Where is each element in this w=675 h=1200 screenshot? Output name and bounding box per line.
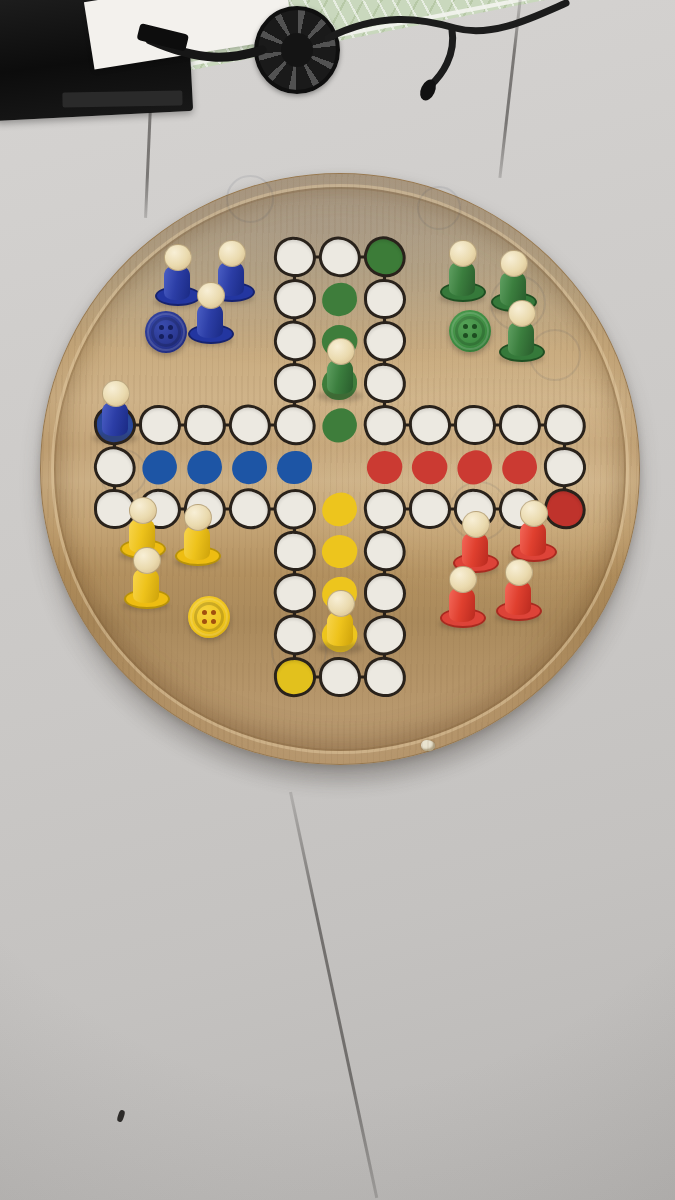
- cell-r4-c3: [182, 362, 227, 404]
- yellow-peg[interactable]: [123, 546, 169, 609]
- cell-r1-c6[interactable]: [317, 236, 362, 278]
- track-field[interactable]: [314, 233, 364, 282]
- cell-r3-c1: [92, 320, 137, 362]
- cell-r4-c5[interactable]: [272, 362, 317, 404]
- green-home-field[interactable]: [317, 403, 362, 446]
- red-home-field[interactable]: [499, 447, 541, 487]
- cell-r2-c11: [542, 278, 587, 320]
- peg-head: [164, 244, 192, 271]
- track-field[interactable]: [454, 405, 496, 445]
- green-peg[interactable]: [498, 299, 544, 362]
- cell-r3-c11: [542, 320, 587, 362]
- peg-head: [218, 240, 246, 267]
- cell-r5-c4[interactable]: [227, 404, 272, 446]
- cell-r6-c11[interactable]: [542, 446, 587, 488]
- cell-r5-c11[interactable]: [542, 404, 587, 446]
- cell-r8-c5[interactable]: [272, 530, 317, 572]
- button-holes: [159, 325, 164, 330]
- track-field[interactable]: [359, 401, 409, 450]
- peg-head: [327, 590, 355, 617]
- cell-r4-c2: [137, 362, 182, 404]
- track-field[interactable]: [406, 403, 453, 448]
- photo-scene: [0, 0, 675, 1200]
- cell-r11-c5[interactable]: [272, 656, 317, 698]
- cell-r1-c1: [92, 236, 137, 278]
- track-field[interactable]: [361, 487, 408, 532]
- blue-peg[interactable]: [187, 281, 233, 344]
- floor-speck: [116, 1109, 125, 1122]
- cell-r6-c1[interactable]: [92, 446, 137, 488]
- green-peg[interactable]: [317, 337, 363, 400]
- red-peg[interactable]: [439, 565, 485, 628]
- cell-r6-c5[interactable]: [272, 446, 317, 488]
- track-field[interactable]: [358, 609, 412, 661]
- peg-head: [449, 240, 477, 267]
- red-home-field[interactable]: [452, 445, 497, 488]
- cell-r2-c1: [92, 278, 137, 320]
- cell-r10-c7[interactable]: [362, 614, 407, 656]
- cell-r7-c7[interactable]: [362, 488, 407, 530]
- peg-head: [197, 282, 225, 309]
- pencil-circle-mark: [226, 175, 274, 223]
- cell-r6-c9[interactable]: [452, 446, 497, 488]
- green-start-field[interactable]: [358, 231, 412, 283]
- cell-r4-c8: [407, 362, 452, 404]
- cell-r10-c11: [542, 614, 587, 656]
- cell-r10-c2: [137, 614, 182, 656]
- cell-r4-c10: [497, 362, 542, 404]
- cell-r1-c5[interactable]: [272, 236, 317, 278]
- red-home-field[interactable]: [364, 447, 406, 487]
- peg-head: [327, 338, 355, 365]
- track-field[interactable]: [224, 401, 274, 450]
- track-field[interactable]: [223, 483, 277, 535]
- track-field[interactable]: [181, 403, 228, 448]
- cell-r6-c3[interactable]: [182, 446, 227, 488]
- yellow-start-field[interactable]: [271, 655, 318, 700]
- cell-r8-c7[interactable]: [362, 530, 407, 572]
- track-field[interactable]: [269, 611, 319, 660]
- red-peg[interactable]: [510, 499, 556, 562]
- blue-button[interactable]: [145, 311, 187, 353]
- cell-r11-c2: [137, 656, 182, 698]
- yellow-button[interactable]: [188, 596, 230, 638]
- cell-r2-c7[interactable]: [362, 278, 407, 320]
- cell-r9-c5[interactable]: [272, 572, 317, 614]
- yellow-home-field[interactable]: [319, 531, 361, 571]
- red-peg[interactable]: [452, 510, 498, 573]
- peg-head: [500, 250, 528, 277]
- track-field[interactable]: [496, 403, 543, 448]
- cell-r5-c8[interactable]: [407, 404, 452, 446]
- cell-r3-c8: [407, 320, 452, 362]
- cell-r11-c8: [407, 656, 452, 698]
- cell-r11-c3: [182, 656, 227, 698]
- cell-r3-c4: [227, 320, 272, 362]
- blue-home-field[interactable]: [230, 448, 269, 485]
- cell-r6-c2[interactable]: [137, 446, 182, 488]
- cell-r11-c7[interactable]: [362, 656, 407, 698]
- yellow-home-field[interactable]: [319, 489, 361, 529]
- cell-r9-c7[interactable]: [362, 572, 407, 614]
- cell-r5-c6[interactable]: [317, 404, 362, 446]
- track-field[interactable]: [271, 361, 318, 406]
- cell-r1-c11: [542, 236, 587, 278]
- button-holes: [202, 610, 207, 615]
- track-field[interactable]: [358, 315, 412, 367]
- cell-r2-c5[interactable]: [272, 278, 317, 320]
- cell-r7-c6[interactable]: [317, 488, 362, 530]
- cell-r11-c10: [497, 656, 542, 698]
- cell-r7-c8[interactable]: [407, 488, 452, 530]
- cell-r10-c4: [227, 614, 272, 656]
- cell-r9-c4: [227, 572, 272, 614]
- blue-home-field[interactable]: [184, 447, 226, 487]
- pencil-circle-mark: [417, 186, 461, 230]
- track-field[interactable]: [541, 445, 588, 490]
- cell-r10-c1: [92, 614, 137, 656]
- cell-r11-c4: [227, 656, 272, 698]
- track-field[interactable]: [361, 655, 408, 700]
- cell-r8-c4: [227, 530, 272, 572]
- cell-r5-c5[interactable]: [272, 404, 317, 446]
- peg-head: [508, 300, 536, 327]
- peg-head: [520, 500, 548, 527]
- track-field[interactable]: [364, 573, 406, 613]
- cell-r11-c9: [452, 656, 497, 698]
- cell-r10-c5[interactable]: [272, 614, 317, 656]
- yellow-peg[interactable]: [317, 589, 363, 652]
- cell-r5-c10[interactable]: [497, 404, 542, 446]
- green-peg[interactable]: [439, 239, 485, 302]
- track-field[interactable]: [271, 235, 318, 280]
- track-field[interactable]: [139, 405, 181, 445]
- track-field[interactable]: [268, 399, 322, 451]
- cell-r4-c9: [452, 362, 497, 404]
- red-peg[interactable]: [495, 558, 541, 621]
- cell-r5-c3[interactable]: [182, 404, 227, 446]
- cell-r11-c11: [542, 656, 587, 698]
- cell-r11-c1: [92, 656, 137, 698]
- track-field[interactable]: [268, 483, 322, 535]
- cell-r9-c11: [542, 572, 587, 614]
- green-home-field[interactable]: [320, 280, 359, 317]
- cell-r6-c6: [317, 446, 362, 488]
- cell-r3-c5[interactable]: [272, 320, 317, 362]
- green-button[interactable]: [449, 310, 491, 352]
- cell-r7-c5[interactable]: [272, 488, 317, 530]
- track-field[interactable]: [319, 657, 361, 697]
- red-home-field[interactable]: [407, 445, 452, 488]
- yellow-peg[interactable]: [174, 503, 220, 566]
- cell-r4-c4: [227, 362, 272, 404]
- track-field[interactable]: [269, 569, 319, 618]
- cell-r2-c6[interactable]: [317, 278, 362, 320]
- peg-head: [133, 547, 161, 574]
- cell-r5-c9[interactable]: [452, 404, 497, 446]
- cell-r11-c6[interactable]: [317, 656, 362, 698]
- peg-head: [505, 559, 533, 586]
- track-field[interactable]: [409, 489, 451, 529]
- peg-head: [102, 380, 130, 407]
- paint-chip: [421, 740, 435, 751]
- peg-head: [462, 511, 490, 538]
- cell-r5-c7[interactable]: [362, 404, 407, 446]
- cell-r4-c7[interactable]: [362, 362, 407, 404]
- cell-r5-c2[interactable]: [137, 404, 182, 446]
- peg-head: [184, 504, 212, 531]
- cell-r3-c7[interactable]: [362, 320, 407, 362]
- cell-r6-c10[interactable]: [497, 446, 542, 488]
- track-field[interactable]: [271, 529, 318, 574]
- blue-home-field[interactable]: [277, 451, 312, 484]
- track-field[interactable]: [539, 401, 589, 450]
- track-field[interactable]: [269, 317, 319, 366]
- cell-r6-c4[interactable]: [227, 446, 272, 488]
- track-field[interactable]: [361, 361, 408, 406]
- peg-head: [129, 497, 157, 524]
- track-field[interactable]: [358, 525, 412, 577]
- floor-plank-seam: [289, 792, 378, 1199]
- track-field[interactable]: [88, 441, 142, 493]
- cell-r7-c4[interactable]: [227, 488, 272, 530]
- blue-peg[interactable]: [92, 379, 138, 442]
- peg-head: [449, 566, 477, 593]
- track-field[interactable]: [364, 279, 406, 319]
- cell-r6-c7[interactable]: [362, 446, 407, 488]
- button-holes: [463, 324, 468, 329]
- cell-r1-c7[interactable]: [362, 236, 407, 278]
- cell-r6-c8[interactable]: [407, 446, 452, 488]
- cable: [0, 0, 675, 160]
- track-field[interactable]: [269, 275, 319, 324]
- blue-home-field[interactable]: [137, 445, 182, 488]
- cell-r8-c6[interactable]: [317, 530, 362, 572]
- cell-r4-c11: [542, 362, 587, 404]
